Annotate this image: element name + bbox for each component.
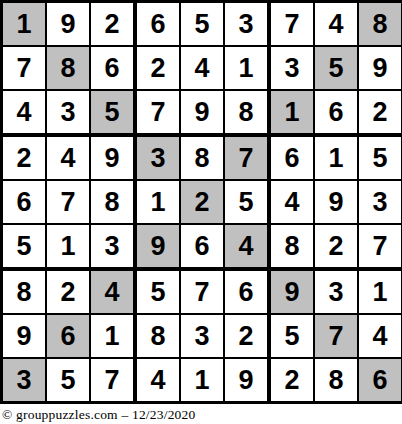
- sudoku-cell-r9c2: 5: [47, 359, 89, 401]
- sudoku-cell-r4c3: 9: [91, 137, 133, 179]
- sudoku-cell-r1c1: 1: [3, 3, 45, 45]
- sudoku-cell-r1c5: 5: [181, 3, 223, 45]
- sudoku-cell-r8c2: 6: [47, 315, 89, 357]
- sudoku-cell-r6c7: 8: [271, 225, 313, 267]
- sudoku-cell-r7c7: 9: [271, 271, 313, 313]
- sudoku-cell-r7c6: 6: [225, 271, 267, 313]
- sudoku-cell-r2c4: 2: [137, 47, 179, 89]
- sudoku-cell-r5c6: 5: [225, 181, 267, 223]
- sudoku-cell-r7c4: 5: [137, 271, 179, 313]
- sudoku-cell-r8c9: 4: [359, 315, 401, 357]
- sudoku-cell-r1c4: 6: [137, 3, 179, 45]
- sudoku-cell-r4c1: 2: [3, 137, 45, 179]
- sudoku-cell-r7c1: 8: [3, 271, 45, 313]
- sudoku-cell-r9c4: 4: [137, 359, 179, 401]
- sudoku-cell-r1c7: 7: [271, 3, 313, 45]
- sudoku-cell-r2c8: 5: [315, 47, 357, 89]
- sudoku-cell-r1c8: 4: [315, 3, 357, 45]
- sudoku-cell-r2c2: 8: [47, 47, 89, 89]
- copyright-credit: © grouppuzzles.com – 12/23/2020: [2, 407, 402, 423]
- sudoku-cell-r3c5: 9: [181, 91, 223, 133]
- sudoku-cell-r8c8: 7: [315, 315, 357, 357]
- sudoku-cell-r6c5: 6: [181, 225, 223, 267]
- sudoku-cell-r7c3: 4: [91, 271, 133, 313]
- sudoku-cell-r3c6: 8: [225, 91, 267, 133]
- sudoku-cell-r4c5: 8: [181, 137, 223, 179]
- sudoku-cell-r5c9: 3: [359, 181, 401, 223]
- sudoku-cell-r6c2: 1: [47, 225, 89, 267]
- sudoku-cell-r5c3: 8: [91, 181, 133, 223]
- sudoku-cell-r6c1: 5: [3, 225, 45, 267]
- sudoku-cell-r8c1: 9: [3, 315, 45, 357]
- sudoku-cell-r7c9: 1: [359, 271, 401, 313]
- sudoku-cell-r3c1: 4: [3, 91, 45, 133]
- sudoku-cell-r2c9: 9: [359, 47, 401, 89]
- sudoku-cell-r9c3: 7: [91, 359, 133, 401]
- sudoku-cell-r9c5: 1: [181, 359, 223, 401]
- sudoku-cell-r3c3: 5: [91, 91, 133, 133]
- sudoku-cell-r5c5: 2: [181, 181, 223, 223]
- sudoku-cell-r9c7: 2: [271, 359, 313, 401]
- sudoku-cell-r3c9: 2: [359, 91, 401, 133]
- sudoku-cell-r9c1: 3: [3, 359, 45, 401]
- sudoku-cell-r1c6: 3: [225, 3, 267, 45]
- sudoku-cell-r4c6: 7: [225, 137, 267, 179]
- sudoku-cell-r5c8: 9: [315, 181, 357, 223]
- sudoku-board: 1926537487862413594357981622493876156781…: [0, 0, 402, 404]
- sudoku-cell-r6c3: 3: [91, 225, 133, 267]
- sudoku-cell-r1c2: 9: [47, 3, 89, 45]
- sudoku-cell-r6c4: 9: [137, 225, 179, 267]
- sudoku-cell-r8c5: 3: [181, 315, 223, 357]
- sudoku-cell-r4c4: 3: [137, 137, 179, 179]
- sudoku-cell-r5c4: 1: [137, 181, 179, 223]
- sudoku-cell-r3c4: 7: [137, 91, 179, 133]
- sudoku-cell-r8c6: 2: [225, 315, 267, 357]
- sudoku-cell-r9c8: 8: [315, 359, 357, 401]
- sudoku-cell-r2c6: 1: [225, 47, 267, 89]
- sudoku-cell-r3c7: 1: [271, 91, 313, 133]
- sudoku-cell-r2c7: 3: [271, 47, 313, 89]
- sudoku-cell-r7c5: 7: [181, 271, 223, 313]
- sudoku-cell-r5c2: 7: [47, 181, 89, 223]
- sudoku-cell-r4c7: 6: [271, 137, 313, 179]
- sudoku-cell-r2c1: 7: [3, 47, 45, 89]
- sudoku-cell-r4c8: 1: [315, 137, 357, 179]
- sudoku-cell-r1c9: 8: [359, 3, 401, 45]
- sudoku-cell-r5c7: 4: [271, 181, 313, 223]
- sudoku-cell-r7c2: 2: [47, 271, 89, 313]
- sudoku-cell-r7c8: 3: [315, 271, 357, 313]
- sudoku-cell-r4c9: 5: [359, 137, 401, 179]
- sudoku-cell-r9c6: 9: [225, 359, 267, 401]
- sudoku-cell-r4c2: 4: [47, 137, 89, 179]
- sudoku-cell-r6c8: 2: [315, 225, 357, 267]
- sudoku-cell-r1c3: 2: [91, 3, 133, 45]
- sudoku-cell-r3c2: 3: [47, 91, 89, 133]
- sudoku-cell-r8c7: 5: [271, 315, 313, 357]
- sudoku-cell-r5c1: 6: [3, 181, 45, 223]
- sudoku-cell-r8c4: 8: [137, 315, 179, 357]
- sudoku-cell-r8c3: 1: [91, 315, 133, 357]
- sudoku-cell-r2c5: 4: [181, 47, 223, 89]
- sudoku-cell-r6c6: 4: [225, 225, 267, 267]
- sudoku-cell-r9c9: 6: [359, 359, 401, 401]
- sudoku-cell-r6c9: 7: [359, 225, 401, 267]
- sudoku-cell-r3c8: 6: [315, 91, 357, 133]
- sudoku-cell-r2c3: 6: [91, 47, 133, 89]
